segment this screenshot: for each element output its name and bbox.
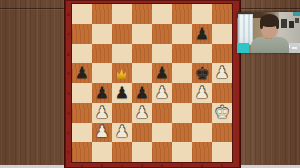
chess-board[interactable]: ♟♟♟♚♟♟♟♟♟♟♟♟♚♟♟ — [72, 4, 232, 162]
square-f8[interactable] — [172, 4, 192, 24]
file-label-h: h — [214, 162, 231, 167]
square-f4[interactable] — [172, 83, 192, 103]
square-a8[interactable] — [72, 4, 92, 24]
file-labels: abcdefgh — [72, 162, 232, 168]
rank-label-3: 3 — [66, 104, 72, 121]
square-b4[interactable]: ♟ — [92, 83, 112, 103]
rank-label-1: 1 — [66, 144, 72, 161]
square-e7[interactable] — [152, 24, 172, 44]
square-f3[interactable] — [172, 103, 192, 123]
square-h1[interactable] — [212, 142, 232, 162]
piece-bp-e5: ♟ — [155, 65, 169, 81]
square-c8[interactable] — [112, 4, 132, 24]
chess-board-frame: 87654321 abcdefgh ♟♟♟♚♟♟♟♟♟♟♟♟♚♟♟ — [65, 0, 240, 168]
file-label-a: a — [74, 162, 91, 167]
file-label-e: e — [154, 162, 171, 167]
square-f1[interactable] — [172, 142, 192, 162]
square-h6[interactable] — [212, 44, 232, 64]
square-e4[interactable]: ♟ — [152, 83, 172, 103]
rank-label-2: 2 — [66, 124, 72, 141]
square-h8[interactable] — [212, 4, 232, 24]
square-e5[interactable]: ♟ — [152, 63, 172, 83]
piece-bp-a5: ♟ — [75, 65, 89, 81]
square-b7[interactable] — [92, 24, 112, 44]
square-d6[interactable] — [132, 44, 152, 64]
file-label-c: c — [114, 162, 131, 167]
piece-bp-d4: ♟ — [135, 84, 149, 100]
square-e1[interactable] — [152, 142, 172, 162]
square-c1[interactable] — [112, 142, 132, 162]
square-h2[interactable] — [212, 123, 232, 143]
piece-wp-g4: ♟ — [195, 84, 209, 100]
square-b1[interactable] — [92, 142, 112, 162]
file-label-b: b — [94, 162, 111, 167]
square-a6[interactable] — [72, 44, 92, 64]
square-b5[interactable] — [92, 63, 112, 83]
rank-label-8: 8 — [66, 5, 72, 22]
webcam-window — [238, 14, 253, 45]
square-d3[interactable]: ♟ — [132, 103, 152, 123]
square-c4[interactable]: ♟ — [112, 83, 132, 103]
square-a5[interactable]: ♟ — [72, 63, 92, 83]
square-a7[interactable] — [72, 24, 92, 44]
square-c7[interactable] — [112, 24, 132, 44]
square-f2[interactable] — [172, 123, 192, 143]
piece-bk-g5: ♚ — [194, 64, 209, 81]
square-g3[interactable] — [192, 103, 212, 123]
square-e6[interactable] — [152, 44, 172, 64]
square-g6[interactable] — [192, 44, 212, 64]
square-a1[interactable] — [72, 142, 92, 162]
square-d7[interactable] — [132, 24, 152, 44]
square-h4[interactable] — [212, 83, 232, 103]
person-hair — [276, 21, 279, 29]
rank-label-6: 6 — [66, 45, 72, 62]
piece-wp-h5: ♟ — [215, 65, 229, 81]
rank-label-4: 4 — [66, 84, 72, 101]
square-h3[interactable]: ♚ — [212, 103, 232, 123]
square-g8[interactable] — [192, 4, 212, 24]
rank-label-7: 7 — [66, 25, 72, 42]
square-d8[interactable] — [132, 4, 152, 24]
piece-wk-h3: ♚ — [214, 104, 229, 121]
piece-wp-e4: ♟ — [155, 84, 169, 100]
square-a3[interactable] — [72, 103, 92, 123]
square-e3[interactable] — [152, 103, 172, 123]
square-h7[interactable] — [212, 24, 232, 44]
person-shirt — [251, 37, 289, 53]
square-b8[interactable] — [92, 4, 112, 24]
square-d5[interactable] — [132, 63, 152, 83]
piece-wp-c2: ♟ — [115, 124, 129, 140]
square-f6[interactable] — [172, 44, 192, 64]
square-g1[interactable] — [192, 142, 212, 162]
square-d4[interactable]: ♟ — [132, 83, 152, 103]
square-b2[interactable]: ♟ — [92, 123, 112, 143]
webcam-corner-object — [293, 12, 300, 16]
file-label-d: d — [134, 162, 151, 167]
square-a2[interactable] — [72, 123, 92, 143]
square-e2[interactable] — [152, 123, 172, 143]
square-g7[interactable]: ♟ — [192, 24, 212, 44]
square-h5[interactable]: ♟ — [212, 63, 232, 83]
square-f5[interactable] — [172, 63, 192, 83]
square-g4[interactable]: ♟ — [192, 83, 212, 103]
rank-label-5: 5 — [66, 65, 72, 82]
square-c6[interactable] — [112, 44, 132, 64]
person-hair — [260, 21, 263, 29]
square-f7[interactable] — [172, 24, 192, 44]
piece-bp-b4: ♟ — [95, 84, 109, 100]
webcam-teal-object — [237, 43, 249, 53]
square-e8[interactable] — [152, 4, 172, 24]
square-c2[interactable]: ♟ — [112, 123, 132, 143]
webcam-shelf-item — [281, 19, 287, 28]
square-b6[interactable] — [92, 44, 112, 64]
square-c3[interactable] — [112, 103, 132, 123]
square-d1[interactable] — [132, 142, 152, 162]
webcam-shelf-item — [289, 21, 294, 28]
webcam-panel — [237, 12, 300, 53]
piece-wp-b2: ♟ — [95, 124, 109, 140]
piece-bp-c4: ♟ — [115, 84, 129, 100]
piece-bp-g7: ♟ — [195, 25, 209, 41]
square-b3[interactable]: ♟ — [92, 103, 112, 123]
piece-wp-b3: ♟ — [95, 104, 109, 120]
file-label-g: g — [194, 162, 211, 167]
square-g2[interactable] — [192, 123, 212, 143]
webcam-shelf-item — [295, 18, 299, 23]
piece-wp-d3: ♟ — [135, 104, 149, 120]
square-a4[interactable] — [72, 83, 92, 103]
video-frame: { "game": "chess", "position": { "fen": … — [0, 0, 300, 168]
square-g5[interactable]: ♚ — [192, 63, 212, 83]
rank-labels: 87654321 — [65, 4, 72, 162]
square-d2[interactable] — [132, 123, 152, 143]
file-label-f: f — [174, 162, 191, 167]
